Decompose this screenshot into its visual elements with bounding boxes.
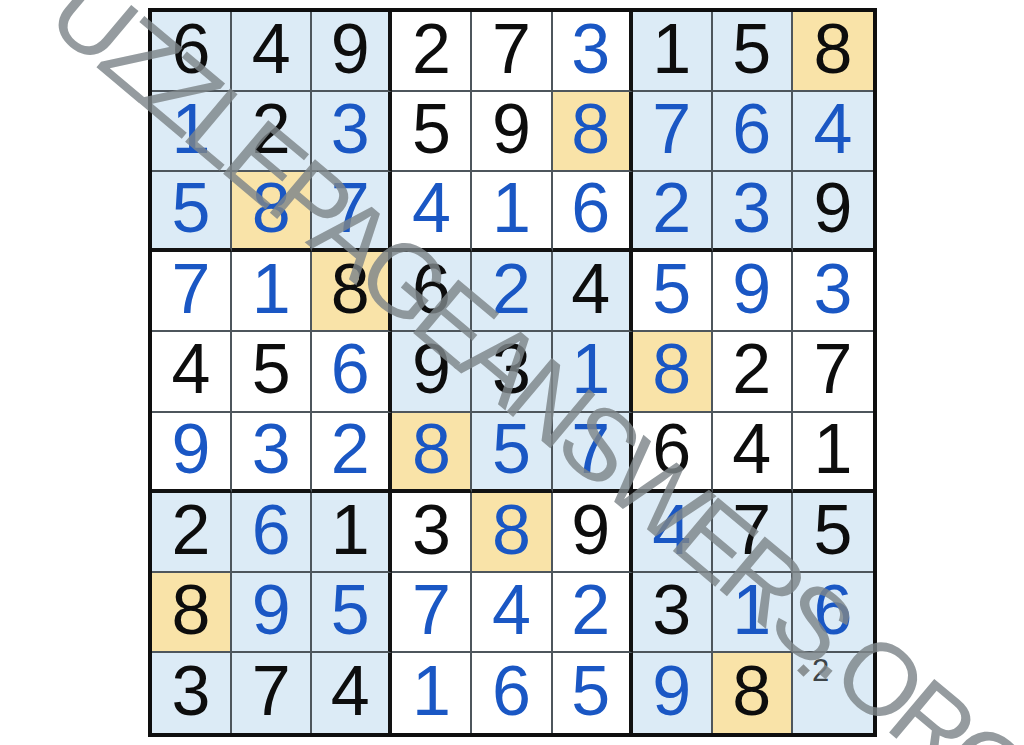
- pencil-diamond-icon: [797, 664, 810, 677]
- cell-digit: 1: [813, 414, 852, 488]
- cell-r6c5[interactable]: 5: [472, 413, 552, 493]
- cell-r7c3[interactable]: 1: [312, 493, 392, 573]
- cell-r3c5[interactable]: 1: [472, 172, 552, 252]
- cell-digit: 3: [813, 254, 852, 328]
- cell-digit: 2: [252, 94, 291, 168]
- cell-r8c2[interactable]: 9: [232, 573, 312, 653]
- cell-digit: 5: [571, 656, 610, 730]
- cell-r9c6[interactable]: 5: [553, 653, 633, 733]
- pencil-value: 2: [812, 655, 829, 686]
- cell-r6c1[interactable]: 9: [152, 413, 232, 493]
- cell-r9c5[interactable]: 6: [472, 653, 552, 733]
- cell-r2c6[interactable]: 8: [553, 92, 633, 172]
- cell-digit: 6: [172, 14, 211, 88]
- cell-digit: 6: [652, 414, 691, 488]
- cell-r2c3[interactable]: 3: [312, 92, 392, 172]
- cell-digit: 4: [571, 254, 610, 328]
- cell-r9c3[interactable]: 4: [312, 653, 392, 733]
- cell-r8c8[interactable]: 1: [713, 573, 793, 653]
- cell-digit: 5: [813, 495, 852, 569]
- cell-r8c5[interactable]: 4: [472, 573, 552, 653]
- cell-r1c6[interactable]: 3: [553, 12, 633, 92]
- cell-r7c9[interactable]: 5: [793, 493, 873, 573]
- cell-digit: 4: [331, 656, 370, 730]
- pencil-mark: 2: [799, 655, 829, 686]
- cell-r8c9[interactable]: 6: [793, 573, 873, 653]
- cell-digit: 3: [252, 414, 291, 488]
- cell-digit: 4: [652, 495, 691, 569]
- cell-digit: 3: [732, 173, 771, 247]
- cell-r3c1[interactable]: 5: [152, 172, 232, 252]
- cell-r4c2[interactable]: 1: [232, 252, 312, 332]
- cell-digit: 4: [813, 94, 852, 168]
- cell-r3c4[interactable]: 4: [392, 172, 472, 252]
- cell-r4c3[interactable]: 8: [312, 252, 392, 332]
- cell-r1c9[interactable]: 8: [793, 12, 873, 92]
- cell-digit: 2: [652, 173, 691, 247]
- cell-digit: 9: [813, 173, 852, 247]
- cell-r2c1[interactable]: 1: [152, 92, 232, 172]
- cell-r8c6[interactable]: 2: [553, 573, 633, 653]
- cell-digit: 6: [813, 575, 852, 649]
- cell-r3c8[interactable]: 3: [713, 172, 793, 252]
- cell-digit: 8: [732, 656, 771, 730]
- cell-digit: 5: [412, 94, 451, 168]
- cell-digit: 1: [652, 14, 691, 88]
- cell-r7c4[interactable]: 3: [392, 493, 472, 573]
- cell-digit: 4: [252, 14, 291, 88]
- cell-r8c4[interactable]: 7: [392, 573, 472, 653]
- cell-r9c9[interactable]: 2: [793, 653, 873, 733]
- cell-r6c8[interactable]: 4: [713, 413, 793, 493]
- cell-digit: 7: [652, 94, 691, 168]
- cell-digit: 4: [412, 173, 451, 247]
- cell-r5c4[interactable]: 9: [392, 332, 472, 412]
- cell-digit: 3: [652, 575, 691, 649]
- cell-r1c2[interactable]: 4: [232, 12, 312, 92]
- cell-digit: 5: [652, 254, 691, 328]
- cell-r5c8[interactable]: 2: [713, 332, 793, 412]
- cell-digit: 9: [331, 14, 370, 88]
- cell-digit: 9: [252, 575, 291, 649]
- cell-r2c2[interactable]: 2: [232, 92, 312, 172]
- cell-r4c7[interactable]: 5: [633, 252, 713, 332]
- cell-digit: 8: [813, 14, 852, 88]
- cell-digit: 7: [492, 14, 531, 88]
- cell-r8c3[interactable]: 5: [312, 573, 392, 653]
- cell-digit: 8: [492, 495, 531, 569]
- cell-r5c1[interactable]: 4: [152, 332, 232, 412]
- puzzle-page: 6492731581235987645874162397186245934569…: [0, 0, 1024, 745]
- cell-digit: 1: [492, 173, 531, 247]
- cell-r2c7[interactable]: 7: [633, 92, 713, 172]
- cell-r3c2[interactable]: 8: [232, 172, 312, 252]
- cell-digit: 8: [571, 94, 610, 168]
- cell-r6c2[interactable]: 3: [232, 413, 312, 493]
- cell-digit: 5: [172, 173, 211, 247]
- cell-digit: 7: [813, 334, 852, 408]
- cell-digit: 9: [172, 414, 211, 488]
- cell-digit: 7: [412, 575, 451, 649]
- cell-digit: 2: [412, 14, 451, 88]
- cell-digit: 6: [331, 334, 370, 408]
- cell-digit: 2: [172, 495, 211, 569]
- cell-r9c1[interactable]: 3: [152, 653, 232, 733]
- cell-digit: 7: [331, 173, 370, 247]
- cell-digit: 5: [331, 575, 370, 649]
- cell-digit: 6: [412, 254, 451, 328]
- cell-r6c9[interactable]: 1: [793, 413, 873, 493]
- cell-r6c7[interactable]: 6: [633, 413, 713, 493]
- cell-digit: 3: [172, 656, 211, 730]
- cell-r1c8[interactable]: 5: [713, 12, 793, 92]
- cell-r8c7[interactable]: 3: [633, 573, 713, 653]
- cell-r4c1[interactable]: 7: [152, 252, 232, 332]
- cell-r4c9[interactable]: 3: [793, 252, 873, 332]
- cell-r4c4[interactable]: 6: [392, 252, 472, 332]
- cell-r8c1[interactable]: 8: [152, 573, 232, 653]
- cell-digit: 2: [732, 334, 771, 408]
- cell-digit: 9: [492, 94, 531, 168]
- cell-r9c7[interactable]: 9: [633, 653, 713, 733]
- cell-r5c2[interactable]: 5: [232, 332, 312, 412]
- cell-r3c6[interactable]: 6: [553, 172, 633, 252]
- cell-digit: 5: [492, 414, 531, 488]
- cell-digit: 7: [252, 656, 291, 730]
- cell-r6c3[interactable]: 2: [312, 413, 392, 493]
- cell-digit: 6: [252, 495, 291, 569]
- cell-digit: 3: [412, 495, 451, 569]
- cell-digit: 7: [732, 495, 771, 569]
- cell-digit: 1: [412, 656, 451, 730]
- cell-digit: 3: [571, 14, 610, 88]
- cell-r7c2[interactable]: 6: [232, 493, 312, 573]
- cell-r1c1[interactable]: 6: [152, 12, 232, 92]
- cell-r1c5[interactable]: 7: [472, 12, 552, 92]
- cell-r6c6[interactable]: 7: [553, 413, 633, 493]
- cell-r7c7[interactable]: 4: [633, 493, 713, 573]
- cell-r5c6[interactable]: 1: [553, 332, 633, 412]
- cell-r4c6[interactable]: 4: [553, 252, 633, 332]
- cell-r2c4[interactable]: 5: [392, 92, 472, 172]
- cell-r9c2[interactable]: 7: [232, 653, 312, 733]
- cell-r5c5[interactable]: 3: [472, 332, 552, 412]
- cell-r6c4[interactable]: 8: [392, 413, 472, 493]
- cell-r4c5[interactable]: 2: [472, 252, 552, 332]
- cell-digit: 5: [252, 334, 291, 408]
- cell-digit: 4: [732, 414, 771, 488]
- cell-digit: 8: [252, 173, 291, 247]
- cell-r9c8[interactable]: 8: [713, 653, 793, 733]
- cell-r3c3[interactable]: 7: [312, 172, 392, 252]
- cell-r7c6[interactable]: 9: [553, 493, 633, 573]
- cell-digit: 1: [331, 495, 370, 569]
- cell-digit: 2: [492, 254, 531, 328]
- cell-digit: 1: [172, 94, 211, 168]
- cell-r2c8[interactable]: 6: [713, 92, 793, 172]
- cell-digit: 9: [571, 495, 610, 569]
- cell-r4c8[interactable]: 9: [713, 252, 793, 332]
- cell-r1c3[interactable]: 9: [312, 12, 392, 92]
- cell-r7c5[interactable]: 8: [472, 493, 552, 573]
- cell-digit: 9: [412, 334, 451, 408]
- cell-r5c9[interactable]: 7: [793, 332, 873, 412]
- cell-digit: 7: [172, 254, 211, 328]
- cell-digit: 3: [331, 94, 370, 168]
- cell-digit: 3: [492, 334, 531, 408]
- cell-r5c7[interactable]: 8: [633, 332, 713, 412]
- cell-digit: 1: [732, 575, 771, 649]
- cell-r3c7[interactable]: 2: [633, 172, 713, 252]
- cell-digit: 8: [172, 575, 211, 649]
- sudoku-board: 6492731581235987645874162397186245934569…: [148, 8, 877, 737]
- cell-digit: 7: [571, 414, 610, 488]
- cell-r1c4[interactable]: 2: [392, 12, 472, 92]
- cell-digit: 9: [652, 656, 691, 730]
- cell-digit: 1: [571, 334, 610, 408]
- cell-digit: 2: [571, 575, 610, 649]
- cell-digit: 8: [652, 334, 691, 408]
- cell-digit: 4: [172, 334, 211, 408]
- cell-digit: 6: [732, 94, 771, 168]
- cell-r3c9[interactable]: 9: [793, 172, 873, 252]
- cell-r7c8[interactable]: 7: [713, 493, 793, 573]
- cell-digit: 5: [732, 14, 771, 88]
- cell-r9c4[interactable]: 1: [392, 653, 472, 733]
- cell-r2c5[interactable]: 9: [472, 92, 552, 172]
- cell-digit: 6: [571, 173, 610, 247]
- cell-digit: 8: [331, 254, 370, 328]
- cell-digit: 6: [492, 656, 531, 730]
- cell-digit: 4: [492, 575, 531, 649]
- cell-digit: 8: [412, 414, 451, 488]
- cell-digit: 9: [732, 254, 771, 328]
- cell-r7c1[interactable]: 2: [152, 493, 232, 573]
- cell-r2c9[interactable]: 4: [793, 92, 873, 172]
- cell-r5c3[interactable]: 6: [312, 332, 392, 412]
- cell-digit: 2: [331, 414, 370, 488]
- cell-r1c7[interactable]: 1: [633, 12, 713, 92]
- cell-digit: 1: [252, 254, 291, 328]
